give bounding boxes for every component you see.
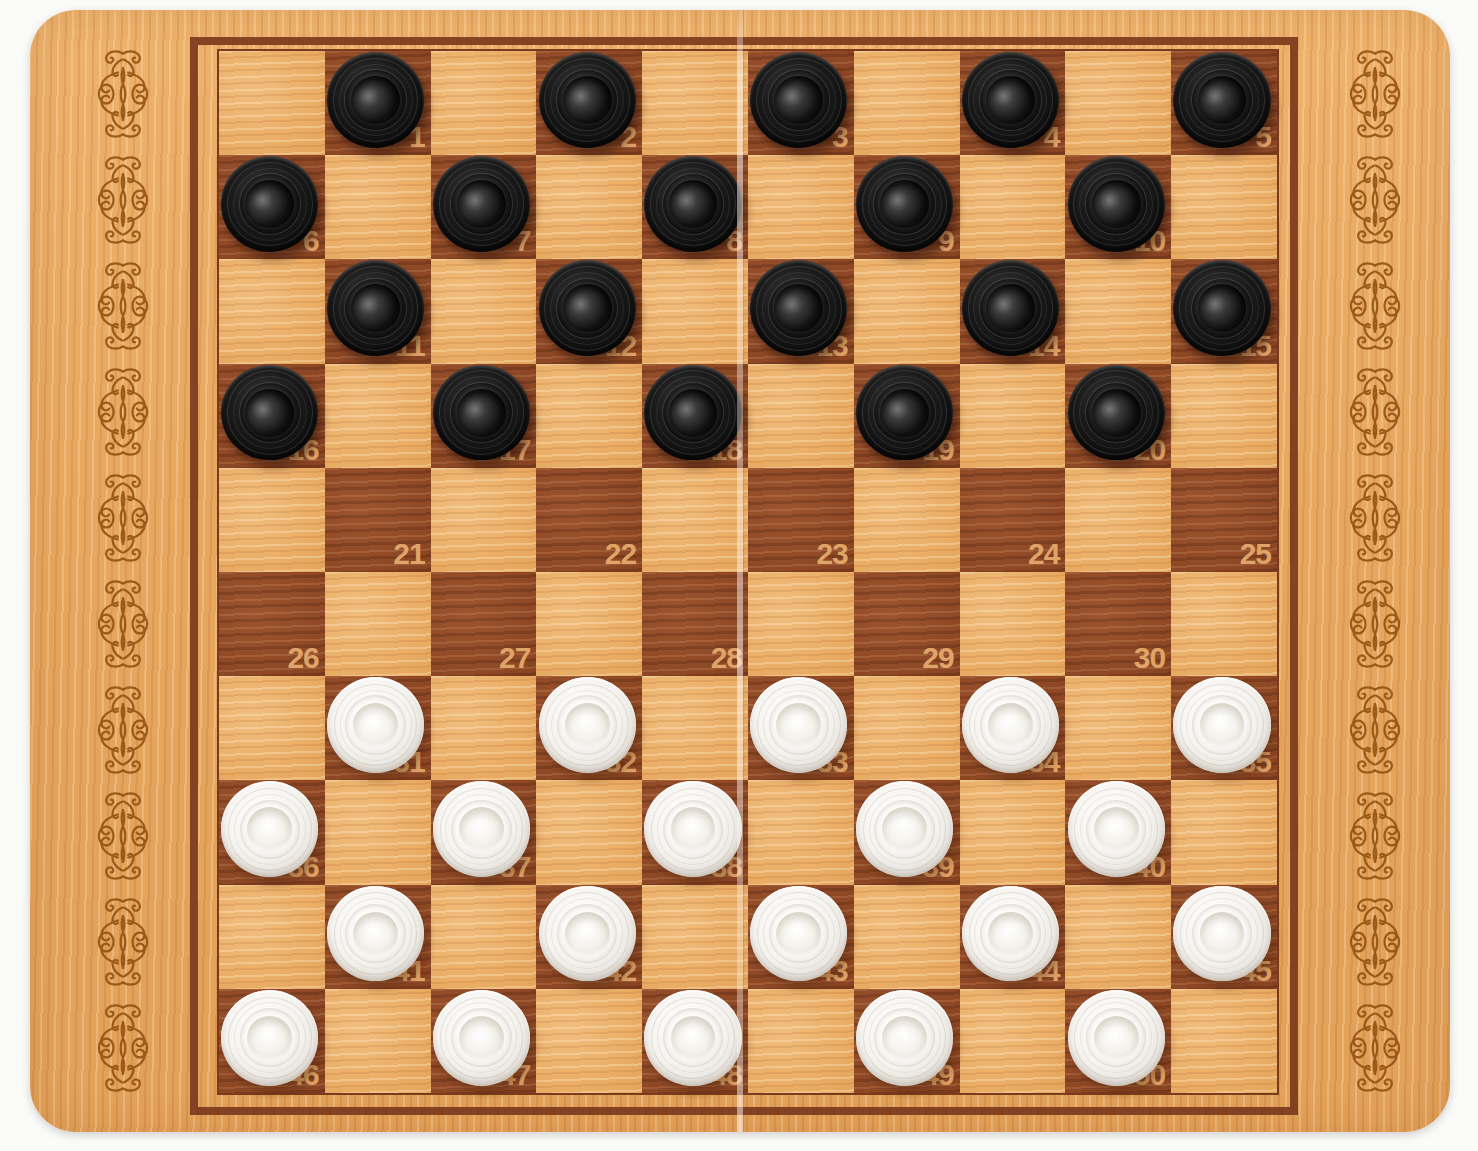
white-man-square-32[interactable] (539, 677, 636, 773)
black-man-square-10[interactable] (1068, 156, 1165, 252)
light-square (1171, 989, 1277, 1093)
black-man-square-16[interactable] (221, 365, 318, 461)
square-33[interactable]: 33 (748, 676, 854, 780)
white-man-square-42[interactable] (539, 886, 636, 982)
square-38[interactable]: 38 (642, 780, 748, 884)
black-man-square-14[interactable] (962, 260, 1059, 356)
light-square (431, 885, 537, 989)
white-man-square-46[interactable] (221, 990, 318, 1086)
square-number: 21 (393, 539, 424, 569)
square-4[interactable]: 4 (960, 51, 1066, 155)
light-square (960, 572, 1066, 676)
black-man-square-12[interactable] (539, 260, 636, 356)
light-square (1171, 572, 1277, 676)
light-square (431, 468, 537, 572)
white-man-square-39[interactable] (856, 781, 953, 877)
square-number: 28 (711, 643, 742, 673)
square-30[interactable]: 30 (1065, 572, 1171, 676)
square-5[interactable]: 5 (1171, 51, 1277, 155)
white-man-square-31[interactable] (327, 677, 424, 773)
filigree-ornament-icon (1344, 894, 1406, 990)
square-number: 24 (1028, 539, 1059, 569)
light-square (431, 676, 537, 780)
light-square (854, 468, 960, 572)
filigree-ornament-icon (1344, 682, 1406, 778)
white-man-square-33[interactable] (750, 677, 847, 773)
square-22[interactable]: 22 (536, 468, 642, 572)
square-21[interactable]: 21 (325, 468, 431, 572)
light-square (1171, 155, 1277, 259)
square-number: 26 (287, 643, 318, 673)
white-man-square-38[interactable] (644, 781, 741, 877)
light-square (431, 51, 537, 155)
light-square (536, 155, 642, 259)
square-44[interactable]: 44 (960, 885, 1066, 989)
light-square (748, 364, 854, 468)
black-man-square-11[interactable] (327, 260, 424, 356)
light-square (536, 572, 642, 676)
square-37[interactable]: 37 (431, 780, 537, 884)
black-man-square-5[interactable] (1173, 52, 1270, 148)
black-man-square-8[interactable] (644, 156, 741, 252)
light-square (1065, 468, 1171, 572)
light-square (960, 364, 1066, 468)
white-man-square-36[interactable] (221, 781, 318, 877)
filigree-ornament-icon (92, 788, 154, 884)
filigree-ornament-icon (92, 258, 154, 354)
white-man-square-48[interactable] (644, 990, 741, 1086)
square-6[interactable]: 6 (219, 155, 325, 259)
square-number: 29 (922, 643, 953, 673)
light-square (960, 155, 1066, 259)
square-2[interactable]: 2 (536, 51, 642, 155)
square-23[interactable]: 23 (748, 468, 854, 572)
square-3[interactable]: 3 (748, 51, 854, 155)
white-man-square-44[interactable] (962, 886, 1059, 982)
filigree-ornament-icon (1344, 152, 1406, 248)
light-square (960, 780, 1066, 884)
square-46[interactable]: 46 (219, 989, 325, 1093)
filigree-ornament-icon (92, 682, 154, 778)
light-square (536, 364, 642, 468)
filigree-ornament-icon (1344, 46, 1406, 142)
square-50[interactable]: 50 (1065, 989, 1171, 1093)
square-number: 27 (499, 643, 530, 673)
square-48[interactable]: 48 (642, 989, 748, 1093)
playing-grid: 1234567891011121314151617181920212223242… (217, 49, 1279, 1095)
square-12[interactable]: 12 (536, 259, 642, 363)
white-man-square-49[interactable] (856, 990, 953, 1086)
white-man-square-50[interactable] (1068, 990, 1165, 1086)
light-square (219, 51, 325, 155)
square-32[interactable]: 32 (536, 676, 642, 780)
light-square (642, 259, 748, 363)
light-square (325, 780, 431, 884)
square-10[interactable]: 10 (1065, 155, 1171, 259)
light-square (1065, 259, 1171, 363)
light-square (325, 572, 431, 676)
light-square (1171, 780, 1277, 884)
square-35[interactable]: 35 (1171, 676, 1277, 780)
draughts-board: 1234567891011121314151617181920212223242… (30, 10, 1450, 1132)
square-15[interactable]: 15 (1171, 259, 1277, 363)
square-16[interactable]: 16 (219, 364, 325, 468)
square-19[interactable]: 19 (854, 364, 960, 468)
light-square (325, 155, 431, 259)
white-man-square-37[interactable] (433, 781, 530, 877)
square-7[interactable]: 7 (431, 155, 537, 259)
square-34[interactable]: 34 (960, 676, 1066, 780)
square-42[interactable]: 42 (536, 885, 642, 989)
light-square (219, 259, 325, 363)
white-man-square-43[interactable] (750, 886, 847, 982)
light-square (642, 885, 748, 989)
square-47[interactable]: 47 (431, 989, 537, 1093)
square-number: 30 (1134, 643, 1165, 673)
light-square (854, 259, 960, 363)
filigree-ornament-icon (92, 46, 154, 142)
square-28[interactable]: 28 (642, 572, 748, 676)
filigree-ornament-icon (92, 894, 154, 990)
square-31[interactable]: 31 (325, 676, 431, 780)
light-square (325, 364, 431, 468)
black-man-square-3[interactable] (750, 52, 847, 148)
black-man-square-4[interactable] (962, 52, 1059, 148)
light-square (854, 676, 960, 780)
filigree-ornament-icon (1344, 1000, 1406, 1096)
light-square (748, 155, 854, 259)
filigree-ornament-icon (1344, 364, 1406, 460)
square-41[interactable]: 41 (325, 885, 431, 989)
black-man-square-20[interactable] (1068, 365, 1165, 461)
square-39[interactable]: 39 (854, 780, 960, 884)
square-24[interactable]: 24 (960, 468, 1066, 572)
square-49[interactable]: 49 (854, 989, 960, 1093)
square-14[interactable]: 14 (960, 259, 1066, 363)
square-17[interactable]: 17 (431, 364, 537, 468)
light-square (431, 259, 537, 363)
white-man-square-47[interactable] (433, 990, 530, 1086)
light-square (854, 885, 960, 989)
filigree-ornament-icon (92, 364, 154, 460)
white-man-square-34[interactable] (962, 677, 1059, 773)
right-ornament-column (1336, 46, 1414, 1096)
filigree-ornament-icon (1344, 258, 1406, 354)
left-ornament-column (84, 46, 162, 1096)
light-square (219, 676, 325, 780)
light-square (748, 989, 854, 1093)
light-square (536, 989, 642, 1093)
black-man-square-13[interactable] (750, 260, 847, 356)
black-man-square-9[interactable] (856, 156, 953, 252)
light-square (1065, 885, 1171, 989)
black-man-square-1[interactable] (327, 52, 424, 148)
black-man-square-2[interactable] (539, 52, 636, 148)
square-26[interactable]: 26 (219, 572, 325, 676)
white-man-square-35[interactable] (1173, 677, 1270, 773)
black-man-square-7[interactable] (433, 156, 530, 252)
black-man-square-6[interactable] (221, 156, 318, 252)
filigree-ornament-icon (1344, 788, 1406, 884)
light-square (536, 780, 642, 884)
light-square (960, 989, 1066, 1093)
black-man-square-15[interactable] (1173, 260, 1270, 356)
square-1[interactable]: 1 (325, 51, 431, 155)
photo-background: 1234567891011121314151617181920212223242… (0, 0, 1478, 1151)
square-40[interactable]: 40 (1065, 780, 1171, 884)
light-square (642, 676, 748, 780)
square-number: 23 (816, 539, 847, 569)
square-27[interactable]: 27 (431, 572, 537, 676)
filigree-ornament-icon (92, 576, 154, 672)
light-square (1065, 51, 1171, 155)
square-11[interactable]: 11 (325, 259, 431, 363)
square-8[interactable]: 8 (642, 155, 748, 259)
filigree-ornament-icon (1344, 576, 1406, 672)
light-square (748, 572, 854, 676)
white-man-square-41[interactable] (327, 886, 424, 982)
light-square (854, 51, 960, 155)
square-18[interactable]: 18 (642, 364, 748, 468)
light-square (219, 885, 325, 989)
light-square (748, 780, 854, 884)
white-man-square-40[interactable] (1068, 781, 1165, 877)
square-45[interactable]: 45 (1171, 885, 1277, 989)
square-43[interactable]: 43 (748, 885, 854, 989)
square-20[interactable]: 20 (1065, 364, 1171, 468)
light-square (1171, 364, 1277, 468)
filigree-ornament-icon (92, 152, 154, 248)
light-square (642, 51, 748, 155)
square-25[interactable]: 25 (1171, 468, 1277, 572)
filigree-ornament-icon (92, 1000, 154, 1096)
filigree-ornament-icon (1344, 470, 1406, 566)
square-number: 22 (605, 539, 636, 569)
black-man-square-18[interactable] (644, 365, 741, 461)
square-9[interactable]: 9 (854, 155, 960, 259)
square-13[interactable]: 13 (748, 259, 854, 363)
filigree-ornament-icon (92, 470, 154, 566)
square-36[interactable]: 36 (219, 780, 325, 884)
light-square (1065, 676, 1171, 780)
light-square (219, 468, 325, 572)
light-square (325, 989, 431, 1093)
square-29[interactable]: 29 (854, 572, 960, 676)
black-man-square-17[interactable] (433, 365, 530, 461)
light-square (642, 468, 748, 572)
square-number: 25 (1240, 539, 1271, 569)
black-man-square-19[interactable] (856, 365, 953, 461)
white-man-square-45[interactable] (1173, 886, 1270, 982)
